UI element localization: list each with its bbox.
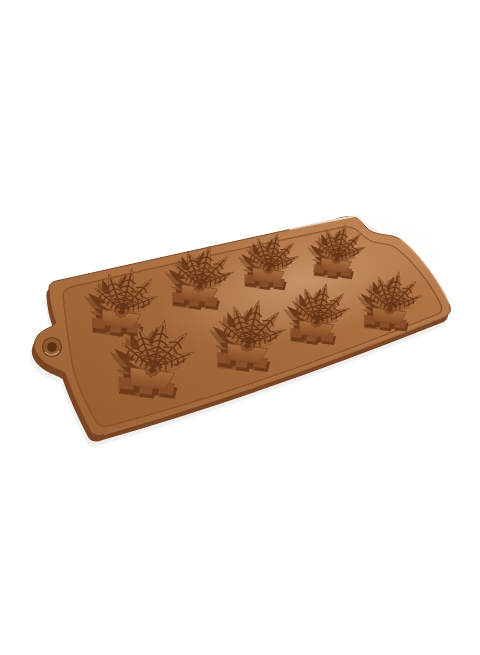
hanging-hole <box>43 338 62 357</box>
mold-illustration <box>0 0 480 655</box>
product-photo <box>0 0 480 655</box>
